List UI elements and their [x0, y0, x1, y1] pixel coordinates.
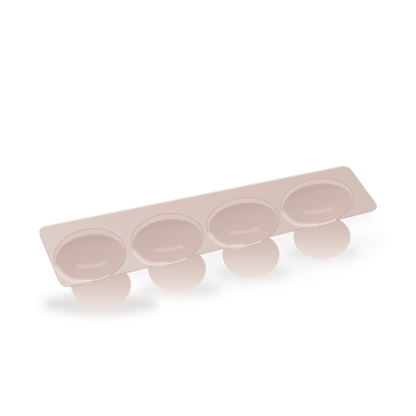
tray-illustration [0, 0, 416, 416]
scene [0, 0, 416, 416]
